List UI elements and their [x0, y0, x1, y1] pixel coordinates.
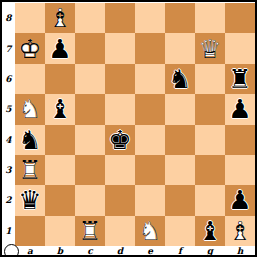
file-label-b: b: [45, 246, 75, 255]
square-b7[interactable]: ♟: [45, 33, 75, 63]
square-b4[interactable]: [45, 125, 75, 155]
square-b6[interactable]: [45, 64, 75, 94]
square-e7[interactable]: [135, 33, 165, 63]
piece-outline: ♖: [75, 216, 105, 246]
square-e5[interactable]: [135, 94, 165, 124]
square-c3[interactable]: [75, 155, 105, 185]
piece-glyph: ♛: [15, 185, 45, 215]
square-d2[interactable]: [105, 185, 135, 215]
piece-glyph: ♝: [195, 216, 225, 246]
black-pawn-h2[interactable]: ♟: [225, 185, 255, 215]
white-rook-c1[interactable]: ♜♖: [75, 216, 105, 246]
rank-label-4: 4: [2, 125, 15, 155]
square-d1[interactable]: [105, 216, 135, 246]
square-h2[interactable]: ♟: [225, 185, 255, 215]
square-e2[interactable]: [135, 185, 165, 215]
rank-label-3: 3: [2, 155, 15, 185]
square-b5[interactable]: ♝: [45, 94, 75, 124]
square-a4[interactable]: ♞: [15, 125, 45, 155]
square-b1[interactable]: [45, 216, 75, 246]
rank-label-7: 7: [2, 33, 15, 63]
black-king-d4[interactable]: ♚: [105, 125, 135, 155]
square-h7[interactable]: [225, 33, 255, 63]
square-f7[interactable]: [165, 33, 195, 63]
piece-glyph: ♟: [225, 94, 255, 124]
square-g6[interactable]: [195, 64, 225, 94]
square-a2[interactable]: ♛: [15, 185, 45, 215]
square-a5[interactable]: ♞♘: [15, 94, 45, 124]
black-knight-a4[interactable]: ♞: [15, 125, 45, 155]
black-rook-h6[interactable]: ♜: [225, 64, 255, 94]
file-label-a: a: [15, 246, 45, 255]
black-bishop-g1[interactable]: ♝: [195, 216, 225, 246]
white-bishop-b8[interactable]: ♝♗: [45, 3, 75, 33]
square-d4[interactable]: ♚: [105, 125, 135, 155]
file-label-d: d: [105, 246, 135, 255]
black-pawn-h5[interactable]: ♟: [225, 94, 255, 124]
piece-outline: ♗: [225, 216, 255, 246]
file-label-c: c: [75, 246, 105, 255]
square-a6[interactable]: [15, 64, 45, 94]
square-g4[interactable]: [195, 125, 225, 155]
file-label-f: f: [165, 246, 195, 255]
square-e8[interactable]: [135, 3, 165, 33]
piece-outline: ♕: [195, 33, 225, 63]
square-a3[interactable]: ♜♖: [15, 155, 45, 185]
square-f1[interactable]: [165, 216, 195, 246]
piece-outline: ♘: [15, 94, 45, 124]
rank-label-6: 6: [2, 64, 15, 94]
chess-diagram: 87654321 ♝♗♚♔♟♛♕♞♜♞♘♝♟♞♚♜♖♛♟♜♖♞♘♝♝♗ abcd…: [0, 0, 257, 257]
square-e4[interactable]: [135, 125, 165, 155]
square-h4[interactable]: [225, 125, 255, 155]
file-labels: abcdefgh: [15, 246, 255, 255]
square-g1[interactable]: ♝: [195, 216, 225, 246]
square-g8[interactable]: [195, 3, 225, 33]
piece-outline: ♔: [15, 33, 45, 63]
piece-glyph: ♞: [165, 64, 195, 94]
square-d3[interactable]: [105, 155, 135, 185]
square-c8[interactable]: [75, 3, 105, 33]
file-label-h: h: [225, 246, 255, 255]
square-g2[interactable]: [195, 185, 225, 215]
piece-outline: ♖: [15, 155, 45, 185]
square-c1[interactable]: ♜♖: [75, 216, 105, 246]
square-f2[interactable]: [165, 185, 195, 215]
square-f6[interactable]: ♞: [165, 64, 195, 94]
square-h1[interactable]: ♝♗: [225, 216, 255, 246]
rank-label-1: 1: [2, 216, 15, 246]
white-king-a7[interactable]: ♚♔: [15, 33, 45, 63]
square-f8[interactable]: [165, 3, 195, 33]
file-label-e: e: [135, 246, 165, 255]
square-g7[interactable]: ♛♕: [195, 33, 225, 63]
white-bishop-h1[interactable]: ♝♗: [225, 216, 255, 246]
square-b8[interactable]: ♝♗: [45, 3, 75, 33]
square-f3[interactable]: [165, 155, 195, 185]
black-queen-a2[interactable]: ♛: [15, 185, 45, 215]
white-rook-a3[interactable]: ♜♖: [15, 155, 45, 185]
piece-glyph: ♚: [105, 125, 135, 155]
piece-glyph: ♞: [15, 125, 45, 155]
chess-board[interactable]: ♝♗♚♔♟♛♕♞♜♞♘♝♟♞♚♜♖♛♟♜♖♞♘♝♝♗: [15, 3, 255, 246]
rank-labels: 87654321: [2, 3, 15, 246]
square-e3[interactable]: [135, 155, 165, 185]
square-c7[interactable]: [75, 33, 105, 63]
square-a7[interactable]: ♚♔: [15, 33, 45, 63]
square-h5[interactable]: ♟: [225, 94, 255, 124]
white-queen-g7[interactable]: ♛♕: [195, 33, 225, 63]
square-g5[interactable]: [195, 94, 225, 124]
square-c6[interactable]: [75, 64, 105, 94]
square-c5[interactable]: [75, 94, 105, 124]
piece-glyph: ♟: [45, 33, 75, 63]
square-h6[interactable]: ♜: [225, 64, 255, 94]
black-knight-f6[interactable]: ♞: [165, 64, 195, 94]
piece-glyph: ♜: [225, 64, 255, 94]
square-f5[interactable]: [165, 94, 195, 124]
piece-glyph: ♟: [225, 185, 255, 215]
white-to-move-indicator: [4, 244, 19, 257]
square-g3[interactable]: [195, 155, 225, 185]
square-h8[interactable]: [225, 3, 255, 33]
square-d6[interactable]: [105, 64, 135, 94]
white-knight-e1[interactable]: ♞♘: [135, 216, 165, 246]
square-d5[interactable]: [105, 94, 135, 124]
piece-outline: ♘: [135, 216, 165, 246]
square-a1[interactable]: [15, 216, 45, 246]
square-a8[interactable]: [15, 3, 45, 33]
square-f4[interactable]: [165, 125, 195, 155]
square-b3[interactable]: [45, 155, 75, 185]
square-e1[interactable]: ♞♘: [135, 216, 165, 246]
file-label-g: g: [195, 246, 225, 255]
rank-label-5: 5: [2, 94, 15, 124]
piece-glyph: ♝: [45, 94, 75, 124]
rank-label-8: 8: [2, 3, 15, 33]
square-d8[interactable]: [105, 3, 135, 33]
rank-label-2: 2: [2, 185, 15, 215]
black-bishop-b5[interactable]: ♝: [45, 94, 75, 124]
square-h3[interactable]: [225, 155, 255, 185]
square-c4[interactable]: [75, 125, 105, 155]
square-b2[interactable]: [45, 185, 75, 215]
black-pawn-b7[interactable]: ♟: [45, 33, 75, 63]
square-d7[interactable]: [105, 33, 135, 63]
square-e6[interactable]: [135, 64, 165, 94]
white-knight-a5[interactable]: ♞♘: [15, 94, 45, 124]
piece-outline: ♗: [45, 3, 75, 33]
square-c2[interactable]: [75, 185, 105, 215]
